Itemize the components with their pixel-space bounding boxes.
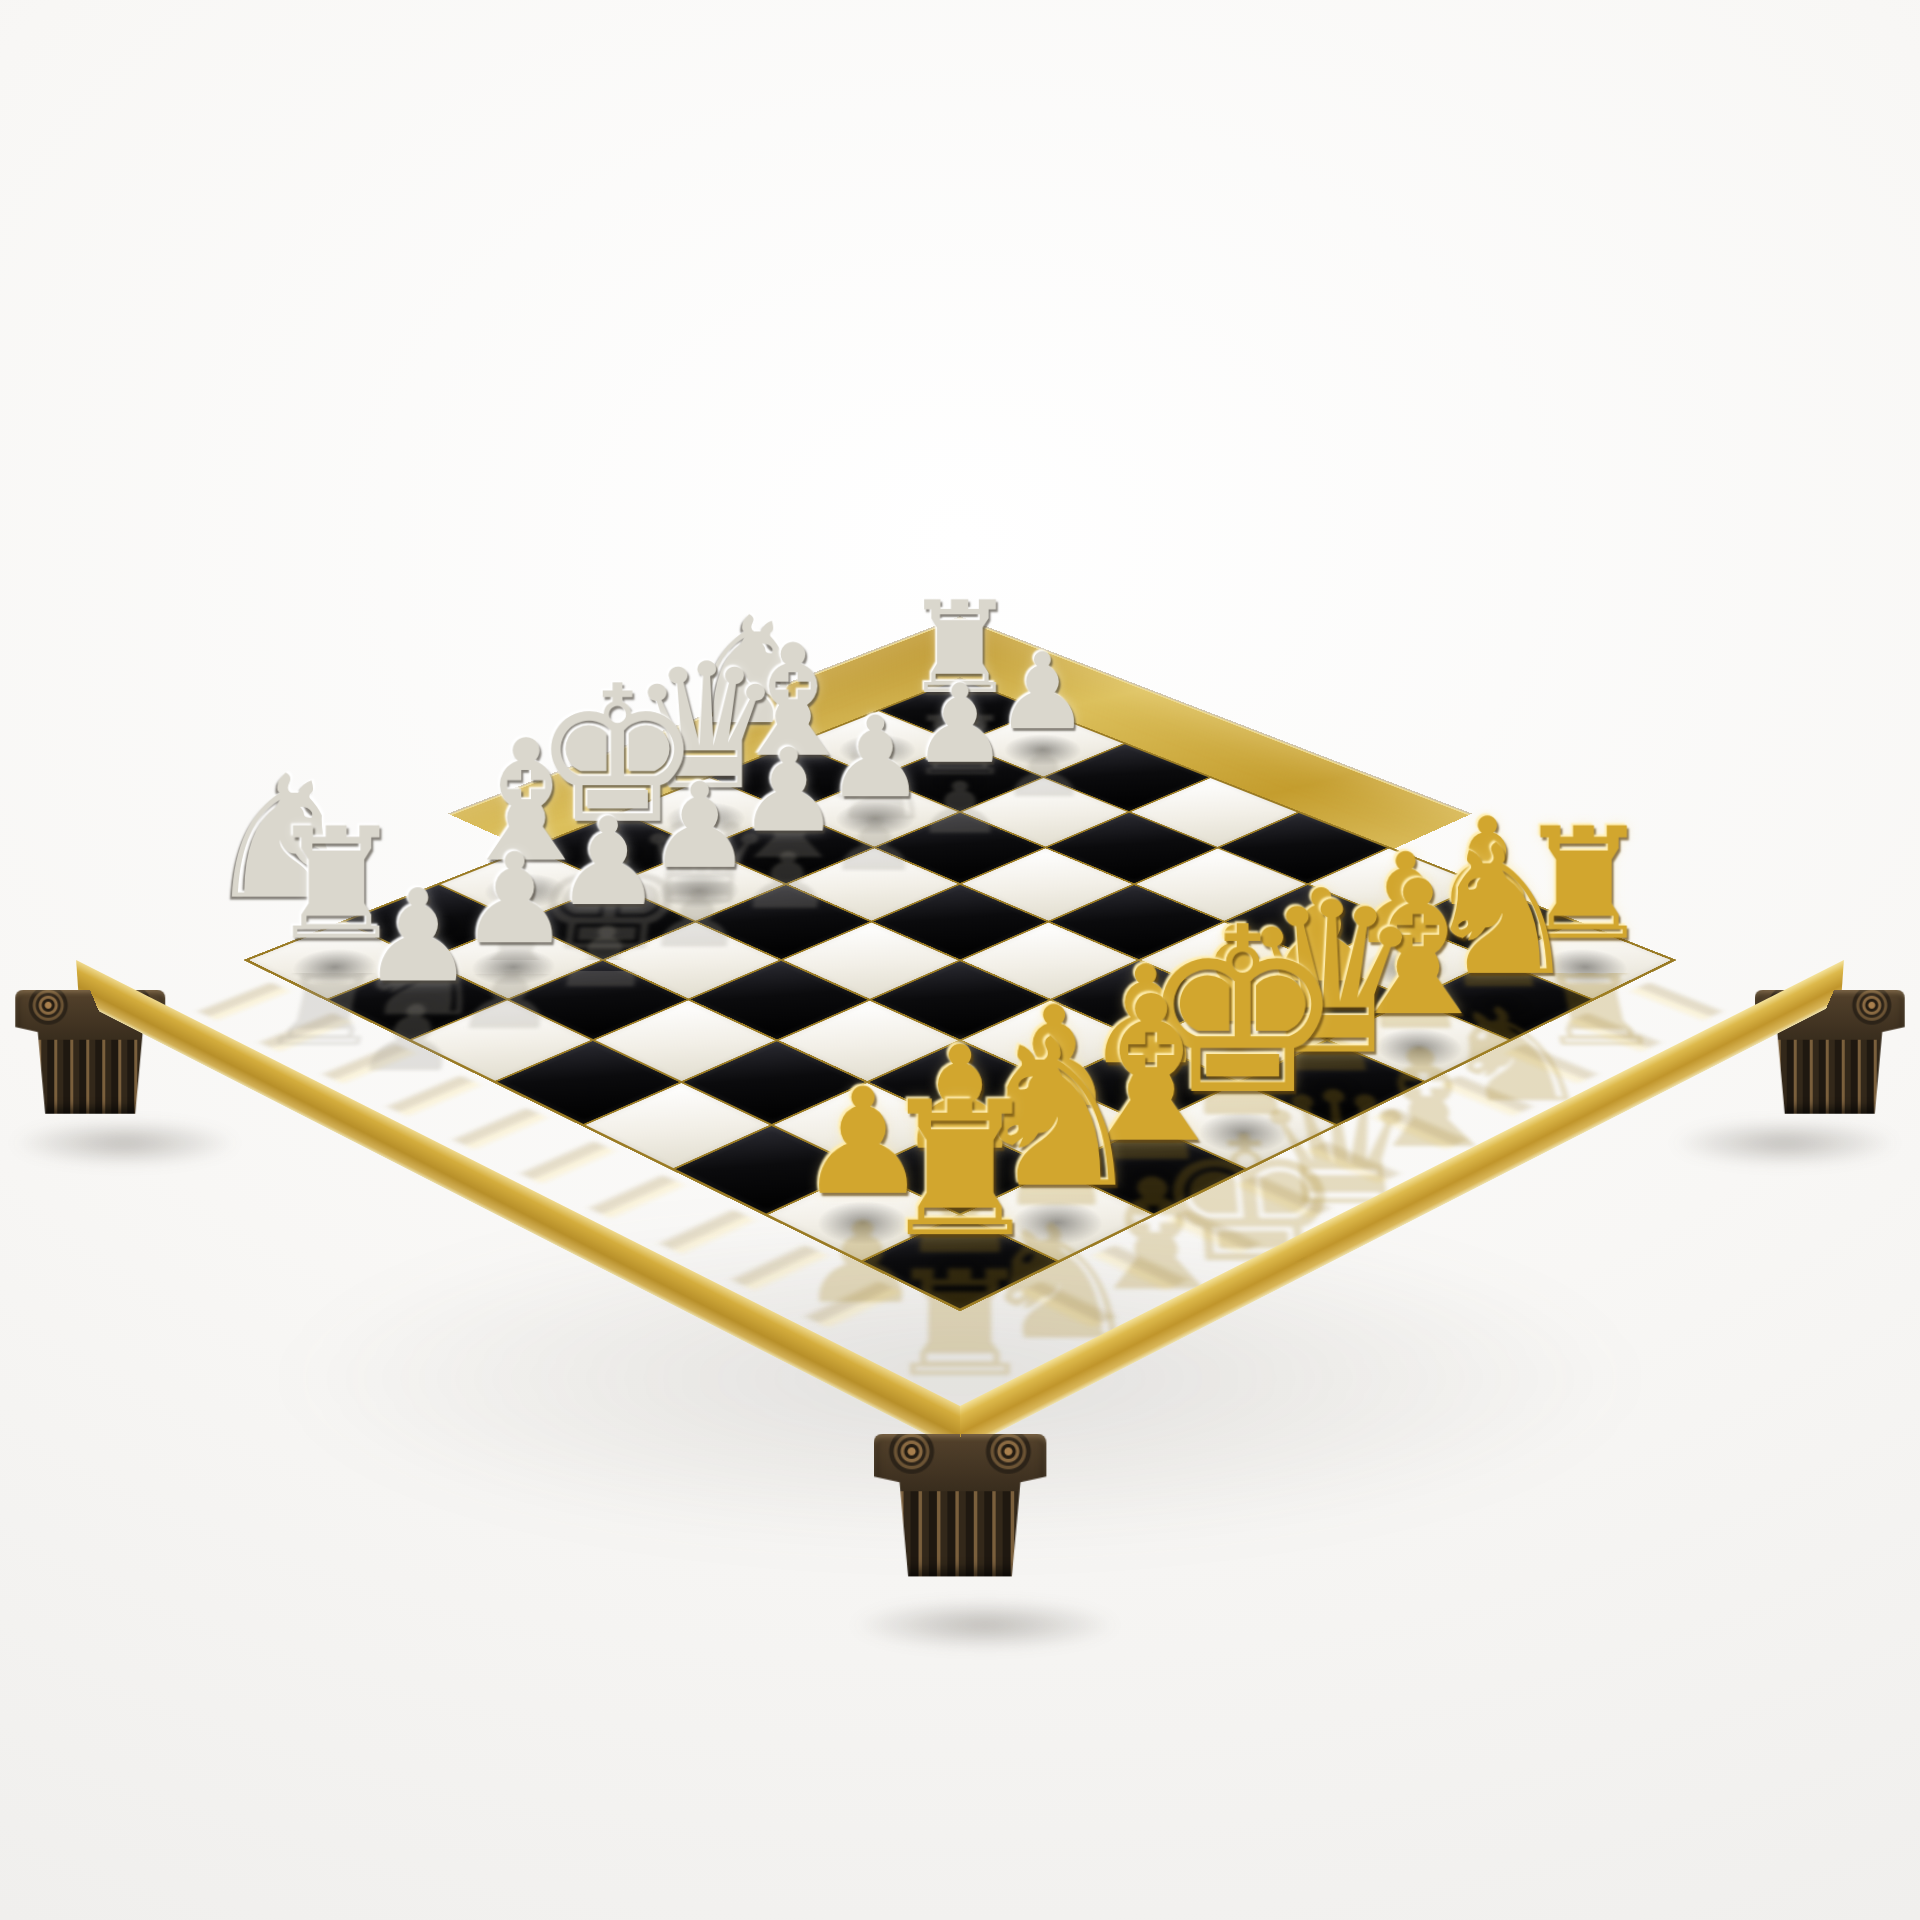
white-pawn-icon: ♟ [911, 670, 1008, 779]
board-perspective: ♜♜♟♟♟♟♜♜♞♞♟♟♟♟♞♞♝♝♟♟♟♟♝♝♛♛♟♟♟♟♛♛♚♚♟♟♟♟♚♚… [0, 0, 1920, 1920]
column-capital-icon [874, 1434, 1047, 1577]
chess-board: ♜♜♟♟♟♟♜♜♞♞♟♟♟♟♞♞♝♝♟♟♟♟♝♝♛♛♟♟♟♟♛♛♚♚♟♟♟♟♚♚… [76, 619, 1844, 1406]
square-h8[interactable]: ♜♜ [864, 1216, 1056, 1309]
board-grid: ♜♜♟♟♟♟♜♜♞♞♟♟♟♟♞♞♝♝♟♟♟♟♝♝♛♛♟♟♟♟♛♛♚♚♟♟♟♟♚♚… [243, 677, 1677, 1311]
white-pawn-icon: ♟ [360, 873, 475, 1001]
board-frame: ♜♜♟♟♟♟♜♜♞♞♟♟♟♟♞♞♝♝♟♟♟♟♝♝♛♛♟♟♟♟♛♛♚♚♟♟♟♟♚♚… [76, 619, 1844, 1406]
white-pawn-icon: ♟ [995, 639, 1090, 744]
scene: ♜♜♟♟♟♟♜♜♞♞♟♟♟♟♞♞♝♝♟♟♟♟♝♝♛♛♟♟♟♟♛♛♚♚♟♟♟♟♚♚… [0, 0, 1920, 1920]
black-rook-icon: ♜ [877, 1078, 1043, 1263]
piece-reflection: ♟ [914, 773, 1006, 844]
piece-reflection: ♟ [999, 739, 1089, 807]
